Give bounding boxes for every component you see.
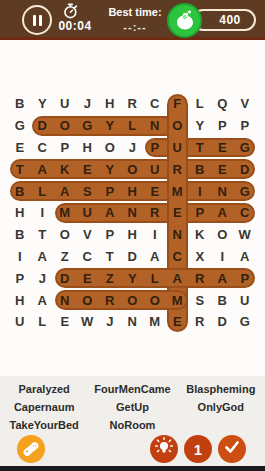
grid-cell[interactable]: E: [166, 202, 189, 224]
grid-cell[interactable]: B: [9, 224, 32, 246]
grid-cell[interactable]: C: [31, 137, 54, 159]
grid-cell[interactable]: E: [76, 158, 99, 180]
grid-cell[interactable]: O: [121, 158, 144, 180]
grid-cell[interactable]: B: [189, 158, 212, 180]
grid-cell[interactable]: O: [166, 115, 189, 137]
grid-cell[interactable]: R: [189, 267, 212, 289]
grid-cell[interactable]: L: [31, 311, 54, 333]
grid-cell[interactable]: S: [189, 289, 212, 311]
grid-cell[interactable]: L: [31, 180, 54, 202]
grid-cell[interactable]: R: [166, 158, 189, 180]
grid-cell[interactable]: V: [76, 224, 99, 246]
grid-cell[interactable]: J: [31, 267, 54, 289]
grid-cell[interactable]: P: [144, 137, 167, 159]
grid-cell[interactable]: D: [31, 115, 54, 137]
grid-cell[interactable]: O: [99, 137, 122, 159]
grid-cell[interactable]: D: [211, 311, 234, 333]
grid-cell[interactable]: A: [166, 267, 189, 289]
grid-cell[interactable]: P: [234, 267, 257, 289]
grid-cell[interactable]: N: [211, 180, 234, 202]
one-badge-button[interactable]: 1: [184, 435, 212, 463]
grid-cell[interactable]: O: [211, 224, 234, 246]
lightbulb-icon: [153, 436, 175, 462]
grid-cell[interactable]: M: [166, 180, 189, 202]
coin-shop-button[interactable]: [167, 3, 202, 38]
grid-cell[interactable]: M: [166, 289, 189, 311]
grid-cell[interactable]: P: [234, 115, 257, 137]
grid-cell[interactable]: U: [144, 158, 167, 180]
grid-cell[interactable]: M: [54, 202, 77, 224]
grid-cell[interactable]: P: [54, 137, 77, 159]
grid-cell[interactable]: I: [189, 180, 212, 202]
grid-cell[interactable]: G: [234, 137, 257, 159]
grid-cell[interactable]: U: [166, 137, 189, 159]
grid-cell[interactable]: B: [9, 180, 32, 202]
grid-cell[interactable]: K: [54, 158, 77, 180]
pause-button[interactable]: [22, 5, 52, 35]
grid-cell[interactable]: J: [121, 137, 144, 159]
grid-cell[interactable]: R: [99, 289, 122, 311]
grid-cell[interactable]: E: [54, 311, 77, 333]
grid-cell[interactable]: H: [99, 93, 122, 115]
word-list-item: Paralyzed: [0, 383, 88, 397]
grid-cell[interactable]: W: [76, 311, 99, 333]
grid-cell[interactable]: P: [99, 180, 122, 202]
grid-cell[interactable]: T: [99, 246, 122, 268]
grid-cell[interactable]: C: [166, 246, 189, 268]
word-list-item: OnlyGod: [177, 401, 265, 415]
grid-cell[interactable]: L: [189, 93, 212, 115]
grid-cell[interactable]: R: [121, 93, 144, 115]
grid-cell[interactable]: A: [144, 246, 167, 268]
grid-cell[interactable]: P: [9, 267, 32, 289]
games-menu-button[interactable]: [17, 435, 45, 463]
grid-cell[interactable]: A: [234, 246, 257, 268]
best-time-value: --:--: [103, 21, 167, 33]
grid-cell[interactable]: G: [76, 115, 99, 137]
grid-cell[interactable]: E: [211, 137, 234, 159]
grid-cell[interactable]: M: [144, 311, 167, 333]
grid-cell[interactable]: O: [54, 224, 77, 246]
grid-cell[interactable]: J: [99, 311, 122, 333]
grid-cell[interactable]: E: [166, 311, 189, 333]
grid-cell[interactable]: H: [76, 137, 99, 159]
grid-cell[interactable]: D: [121, 246, 144, 268]
grid-cell[interactable]: P: [189, 202, 212, 224]
grid-cell[interactable]: C: [144, 93, 167, 115]
grid-cell[interactable]: D: [234, 158, 257, 180]
grid-cell[interactable]: R: [144, 202, 167, 224]
grid-cell[interactable]: L: [144, 267, 167, 289]
word-list-item: Blaspheming: [177, 383, 265, 397]
grid-cell[interactable]: P: [211, 115, 234, 137]
grid-cell[interactable]: E: [76, 267, 99, 289]
grid-cell[interactable]: N: [121, 202, 144, 224]
money-bag-icon: [172, 6, 198, 36]
pause-icon: [33, 15, 42, 26]
grid-cell[interactable]: Q: [211, 93, 234, 115]
grid-cell[interactable]: O: [121, 289, 144, 311]
grid-cell[interactable]: N: [54, 289, 77, 311]
best-time-label: Best time:: [103, 6, 167, 18]
grid-cell[interactable]: A: [99, 202, 122, 224]
grid-cell[interactable]: A: [31, 246, 54, 268]
grid-cell[interactable]: U: [54, 93, 77, 115]
grid-cell[interactable]: N: [121, 311, 144, 333]
grid-cell[interactable]: S: [76, 180, 99, 202]
grid-cell[interactable]: E: [9, 137, 32, 159]
word-list: ParalyzedFourMenCameBlasphemingCapernaum…: [0, 376, 265, 433]
grid-cell[interactable]: H: [121, 180, 144, 202]
one-glyph: 1: [194, 441, 202, 458]
grid-cell[interactable]: Y: [121, 267, 144, 289]
grid-cell[interactable]: A: [211, 202, 234, 224]
grid-cell[interactable]: V: [234, 93, 257, 115]
grid-cell[interactable]: Y: [189, 115, 212, 137]
grid-cell[interactable]: G: [234, 180, 257, 202]
grid-cell[interactable]: B: [211, 289, 234, 311]
top-bar: 00:04 Best time: --:-- 400: [0, 0, 265, 40]
grid-cell[interactable]: P: [99, 224, 122, 246]
grid-cell[interactable]: H: [9, 289, 32, 311]
grid-cell[interactable]: U: [76, 202, 99, 224]
grid-cell[interactable]: B: [9, 93, 32, 115]
grid-cell[interactable]: E: [211, 158, 234, 180]
grid-cell[interactable]: A: [31, 289, 54, 311]
grid-cell[interactable]: J: [76, 93, 99, 115]
grid-cell[interactable]: U: [9, 311, 32, 333]
grid-cell[interactable]: C: [76, 246, 99, 268]
grid-cell[interactable]: I: [9, 246, 32, 268]
grid-cell[interactable]: E: [144, 180, 167, 202]
checkmark-icon: [221, 436, 243, 462]
grid-cell[interactable]: L: [121, 115, 144, 137]
hint-button[interactable]: [150, 435, 178, 463]
grid-cell[interactable]: O: [54, 115, 77, 137]
word-list-item: FourMenCame: [88, 383, 176, 397]
confirm-button[interactable]: [218, 435, 246, 463]
grid-cell[interactable]: T: [189, 137, 212, 159]
grid-cell[interactable]: W: [234, 224, 257, 246]
grid-cell[interactable]: Y: [31, 93, 54, 115]
word-list-item: GetUp: [88, 401, 176, 415]
grid-cell[interactable]: A: [54, 180, 77, 202]
grid-cell[interactable]: Z: [99, 267, 122, 289]
grid-cell[interactable]: A: [211, 267, 234, 289]
grid-cell[interactable]: I: [211, 246, 234, 268]
grid-cell[interactable]: H: [9, 202, 32, 224]
grid-cell[interactable]: C: [234, 202, 257, 224]
grid-cell[interactable]: U: [234, 289, 257, 311]
coin-count: 400: [219, 13, 241, 27]
grid-cell[interactable]: T: [9, 158, 32, 180]
gamepad-icon: [17, 435, 45, 463]
grid-cell[interactable]: Y: [99, 115, 122, 137]
grid-cell[interactable]: H: [121, 224, 144, 246]
grid-cell[interactable]: N: [144, 115, 167, 137]
grid-cell[interactable]: T: [31, 224, 54, 246]
timer-value: 00:04: [52, 19, 98, 33]
letter-grid: BYUJHRCFLQVGDOGYLNOYPPECPHOJPUTEGTAKEYOU…: [9, 93, 257, 333]
grid-cell[interactable]: F: [166, 93, 189, 115]
grid-cell[interactable]: O: [144, 289, 167, 311]
grid-cell[interactable]: Z: [54, 246, 77, 268]
grid-cell[interactable]: G: [234, 311, 257, 333]
grid-cell[interactable]: A: [31, 158, 54, 180]
grid-cell[interactable]: Y: [99, 158, 122, 180]
word-list-item: NoRoom: [88, 419, 176, 433]
grid-cell[interactable]: G: [9, 115, 32, 137]
grid-cell[interactable]: K: [189, 224, 212, 246]
word-list-item: Capernaum: [0, 401, 88, 415]
grid-cell[interactable]: X: [189, 246, 212, 268]
grid-cell[interactable]: N: [166, 224, 189, 246]
grid-cell[interactable]: R: [189, 311, 212, 333]
grid-cell[interactable]: I: [31, 202, 54, 224]
grid-cell[interactable]: D: [54, 267, 77, 289]
grid-cell[interactable]: I: [144, 224, 167, 246]
bottom-strip: [0, 466, 265, 471]
grid-cell[interactable]: O: [76, 289, 99, 311]
word-list-item: TakeYourBed: [0, 419, 88, 433]
